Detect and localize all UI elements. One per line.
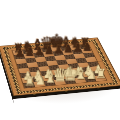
product-photo-scene: ♜♞♝♛♚♝♞♜♟♟♟♟♟♟♟♟♟♟♟♟♟♟♟♟♜♞♝♛♚♝♞♜	[0, 0, 120, 120]
rook-glyph: ♜	[24, 74, 36, 87]
chess-board: ♜♞♝♛♚♝♞♜♟♟♟♟♟♟♟♟♟♟♟♟♟♟♟♟♜♞♝♛♚♝♞♜	[0, 38, 120, 97]
pawn-glyph: ♟	[63, 43, 73, 54]
pawn-glyph: ♟	[73, 42, 83, 53]
pawn-glyph: ♟	[15, 47, 25, 58]
pawn-glyph: ♟	[82, 41, 92, 52]
pawn-glyph: ♟	[24, 46, 34, 57]
pawn-glyph: ♟	[53, 44, 63, 55]
pawn-glyph: ♟	[34, 46, 44, 57]
pawn-glyph: ♟	[44, 45, 54, 56]
